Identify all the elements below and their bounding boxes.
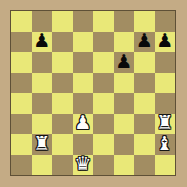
chess-board: ♟♟♟♟♟♜♜♝♛ (10, 10, 176, 176)
square-c5[interactable] (52, 73, 73, 94)
square-h5[interactable] (155, 73, 176, 94)
square-f2[interactable] (114, 134, 135, 155)
square-e6[interactable] (93, 52, 114, 73)
square-g2[interactable] (134, 134, 155, 155)
square-c4[interactable] (52, 93, 73, 114)
square-c8[interactable] (52, 11, 73, 32)
square-d6[interactable] (73, 52, 94, 73)
square-f4[interactable] (114, 93, 135, 114)
piece-black-pawn[interactable]: ♟ (115, 52, 132, 71)
square-f1[interactable] (114, 155, 135, 176)
square-b2[interactable]: ♜ (32, 134, 53, 155)
square-h7[interactable]: ♟ (155, 32, 176, 53)
square-e1[interactable] (93, 155, 114, 176)
square-f5[interactable] (114, 73, 135, 94)
square-a5[interactable] (11, 73, 32, 94)
square-a3[interactable] (11, 114, 32, 135)
square-g8[interactable] (134, 11, 155, 32)
square-h8[interactable] (155, 11, 176, 32)
square-e2[interactable] (93, 134, 114, 155)
square-g7[interactable]: ♟ (134, 32, 155, 53)
square-f6[interactable]: ♟ (114, 52, 135, 73)
square-d2[interactable] (73, 134, 94, 155)
square-e5[interactable] (93, 73, 114, 94)
piece-black-pawn[interactable]: ♟ (136, 32, 153, 51)
square-c2[interactable] (52, 134, 73, 155)
square-d1[interactable]: ♛ (73, 155, 94, 176)
square-g5[interactable] (134, 73, 155, 94)
square-e7[interactable] (93, 32, 114, 53)
square-d7[interactable] (73, 32, 94, 53)
piece-white-queen[interactable]: ♛ (74, 155, 91, 174)
square-c6[interactable] (52, 52, 73, 73)
square-b8[interactable] (32, 11, 53, 32)
piece-white-rook[interactable]: ♜ (156, 114, 173, 133)
square-e3[interactable] (93, 114, 114, 135)
square-h2[interactable]: ♝ (155, 134, 176, 155)
square-d8[interactable] (73, 11, 94, 32)
square-h6[interactable] (155, 52, 176, 73)
square-h4[interactable] (155, 93, 176, 114)
piece-white-pawn[interactable]: ♟ (74, 114, 91, 133)
square-d3[interactable]: ♟ (73, 114, 94, 135)
square-f7[interactable] (114, 32, 135, 53)
square-g6[interactable] (134, 52, 155, 73)
square-c3[interactable] (52, 114, 73, 135)
piece-black-pawn[interactable]: ♟ (33, 32, 50, 51)
square-h1[interactable] (155, 155, 176, 176)
square-c1[interactable] (52, 155, 73, 176)
square-c7[interactable] (52, 32, 73, 53)
piece-white-bishop[interactable]: ♝ (156, 134, 173, 153)
square-f3[interactable] (114, 114, 135, 135)
square-a4[interactable] (11, 93, 32, 114)
square-g1[interactable] (134, 155, 155, 176)
square-d4[interactable] (73, 93, 94, 114)
square-a6[interactable] (11, 52, 32, 73)
square-b4[interactable] (32, 93, 53, 114)
square-h3[interactable]: ♜ (155, 114, 176, 135)
square-a7[interactable] (11, 32, 32, 53)
square-b3[interactable] (32, 114, 53, 135)
square-a8[interactable] (11, 11, 32, 32)
square-a1[interactable] (11, 155, 32, 176)
chess-board-frame: ♟♟♟♟♟♜♜♝♛ (0, 0, 187, 187)
square-g4[interactable] (134, 93, 155, 114)
square-f8[interactable] (114, 11, 135, 32)
square-b5[interactable] (32, 73, 53, 94)
square-d5[interactable] (73, 73, 94, 94)
piece-white-rook[interactable]: ♜ (33, 134, 50, 153)
square-g3[interactable] (134, 114, 155, 135)
square-e8[interactable] (93, 11, 114, 32)
square-b6[interactable] (32, 52, 53, 73)
piece-black-pawn[interactable]: ♟ (156, 32, 173, 51)
square-b7[interactable]: ♟ (32, 32, 53, 53)
square-e4[interactable] (93, 93, 114, 114)
square-a2[interactable] (11, 134, 32, 155)
square-b1[interactable] (32, 155, 53, 176)
